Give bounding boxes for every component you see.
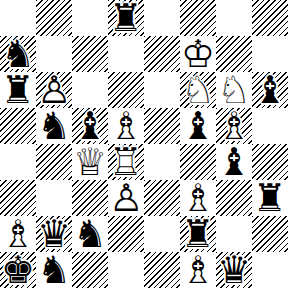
piece-backing: ♝ [180, 252, 216, 288]
square-e3[interactable] [144, 180, 180, 216]
square-a5[interactable] [0, 108, 36, 144]
square-a4[interactable] [0, 144, 36, 180]
square-h3[interactable]: ♜♜ [252, 180, 288, 216]
square-d1[interactable] [108, 252, 144, 288]
piece-black-knight: ♞ [36, 108, 72, 144]
piece-backing: ♞ [36, 108, 72, 144]
piece-backing: ♝ [72, 108, 108, 144]
square-f4[interactable] [180, 144, 216, 180]
piece-black-rook: ♜ [252, 180, 288, 216]
piece-backing: ♝ [0, 216, 36, 252]
piece-backing: ♞ [72, 216, 108, 252]
square-g1[interactable]: ♛♛ [216, 252, 252, 288]
square-a3[interactable] [0, 180, 36, 216]
square-g2[interactable] [216, 216, 252, 252]
square-g6[interactable]: ♞♘ [216, 72, 252, 108]
piece-black-knight: ♞ [36, 252, 72, 288]
square-c6[interactable] [72, 72, 108, 108]
chess-board: ♜♜♞♞♚♔♜♜♟♙♞♘♞♘♝♝♞♞♝♝♝♗♝♝♝♗♛♕♜♖♝♝♟♙♝♗♜♜♝♗… [0, 0, 288, 288]
piece-backing: ♜ [180, 216, 216, 252]
square-g8[interactable] [216, 0, 252, 36]
square-h4[interactable] [252, 144, 288, 180]
square-a7[interactable]: ♞♞ [0, 36, 36, 72]
square-h2[interactable] [252, 216, 288, 252]
piece-backing: ♛ [72, 144, 108, 180]
piece-backing: ♜ [108, 144, 144, 180]
piece-white-king: ♔ [180, 36, 216, 72]
square-h7[interactable] [252, 36, 288, 72]
piece-backing: ♝ [252, 72, 288, 108]
square-c2[interactable]: ♞♞ [72, 216, 108, 252]
piece-black-bishop: ♝ [216, 144, 252, 180]
square-c4[interactable]: ♛♕ [72, 144, 108, 180]
piece-black-bishop: ♝ [180, 108, 216, 144]
piece-black-knight: ♞ [0, 36, 36, 72]
piece-backing: ♟ [36, 72, 72, 108]
piece-black-rook: ♜ [108, 0, 144, 36]
square-f1[interactable]: ♝♗ [180, 252, 216, 288]
square-d4[interactable]: ♜♖ [108, 144, 144, 180]
square-e6[interactable] [144, 72, 180, 108]
square-h8[interactable] [252, 0, 288, 36]
piece-white-knight: ♘ [216, 72, 252, 108]
square-a2[interactable]: ♝♗ [0, 216, 36, 252]
square-e7[interactable] [144, 36, 180, 72]
square-a6[interactable]: ♜♜ [0, 72, 36, 108]
piece-black-queen: ♛ [36, 216, 72, 252]
piece-white-bishop: ♗ [180, 180, 216, 216]
square-d5[interactable]: ♝♗ [108, 108, 144, 144]
square-h5[interactable] [252, 108, 288, 144]
square-b4[interactable] [36, 144, 72, 180]
piece-white-bishop: ♗ [108, 108, 144, 144]
piece-white-queen: ♕ [72, 144, 108, 180]
piece-white-knight: ♘ [180, 72, 216, 108]
square-h6[interactable]: ♝♝ [252, 72, 288, 108]
piece-backing: ♝ [180, 180, 216, 216]
piece-backing: ♝ [180, 108, 216, 144]
piece-white-pawn: ♙ [36, 72, 72, 108]
square-d8[interactable]: ♜♜ [108, 0, 144, 36]
piece-backing: ♞ [0, 36, 36, 72]
piece-backing: ♜ [108, 0, 144, 36]
square-e2[interactable] [144, 216, 180, 252]
square-f3[interactable]: ♝♗ [180, 180, 216, 216]
square-e5[interactable] [144, 108, 180, 144]
piece-backing: ♚ [0, 252, 36, 288]
square-b6[interactable]: ♟♙ [36, 72, 72, 108]
piece-backing: ♞ [36, 252, 72, 288]
piece-backing: ♟ [108, 180, 144, 216]
piece-backing: ♛ [216, 252, 252, 288]
square-g5[interactable]: ♝♗ [216, 108, 252, 144]
square-f7[interactable]: ♚♔ [180, 36, 216, 72]
square-d2[interactable] [108, 216, 144, 252]
square-a1[interactable]: ♚♚ [0, 252, 36, 288]
square-f5[interactable]: ♝♝ [180, 108, 216, 144]
square-h1[interactable] [252, 252, 288, 288]
piece-white-pawn: ♙ [108, 180, 144, 216]
square-c3[interactable] [72, 180, 108, 216]
piece-backing: ♜ [252, 180, 288, 216]
square-e1[interactable] [144, 252, 180, 288]
square-e4[interactable] [144, 144, 180, 180]
square-c5[interactable]: ♝♝ [72, 108, 108, 144]
piece-black-bishop: ♝ [72, 108, 108, 144]
square-e8[interactable] [144, 0, 180, 36]
piece-black-queen: ♛ [216, 252, 252, 288]
piece-white-rook: ♖ [108, 144, 144, 180]
piece-backing: ♝ [216, 144, 252, 180]
piece-white-bishop: ♗ [180, 252, 216, 288]
square-d7[interactable] [108, 36, 144, 72]
square-f6[interactable]: ♞♘ [180, 72, 216, 108]
piece-white-bishop: ♗ [216, 108, 252, 144]
square-b1[interactable]: ♞♞ [36, 252, 72, 288]
square-g3[interactable] [216, 180, 252, 216]
square-c7[interactable] [72, 36, 108, 72]
piece-black-rook: ♜ [0, 72, 36, 108]
square-g4[interactable]: ♝♝ [216, 144, 252, 180]
piece-backing: ♝ [108, 108, 144, 144]
square-d6[interactable] [108, 72, 144, 108]
piece-backing: ♚ [180, 36, 216, 72]
piece-backing: ♛ [36, 216, 72, 252]
square-b8[interactable] [36, 0, 72, 36]
square-g7[interactable] [216, 36, 252, 72]
square-f2[interactable]: ♜♜ [180, 216, 216, 252]
piece-black-rook: ♜ [180, 216, 216, 252]
square-c1[interactable] [72, 252, 108, 288]
piece-backing: ♝ [216, 108, 252, 144]
square-a8[interactable] [0, 0, 36, 36]
square-c8[interactable] [72, 0, 108, 36]
piece-backing: ♞ [180, 72, 216, 108]
piece-black-king: ♚ [0, 252, 36, 288]
square-b2[interactable]: ♛♛ [36, 216, 72, 252]
piece-backing: ♜ [0, 72, 36, 108]
square-d3[interactable]: ♟♙ [108, 180, 144, 216]
square-f8[interactable] [180, 0, 216, 36]
square-b7[interactable] [36, 36, 72, 72]
piece-black-bishop: ♝ [252, 72, 288, 108]
piece-backing: ♞ [216, 72, 252, 108]
piece-white-bishop: ♗ [0, 216, 36, 252]
square-b5[interactable]: ♞♞ [36, 108, 72, 144]
piece-black-knight: ♞ [72, 216, 108, 252]
square-b3[interactable] [36, 180, 72, 216]
